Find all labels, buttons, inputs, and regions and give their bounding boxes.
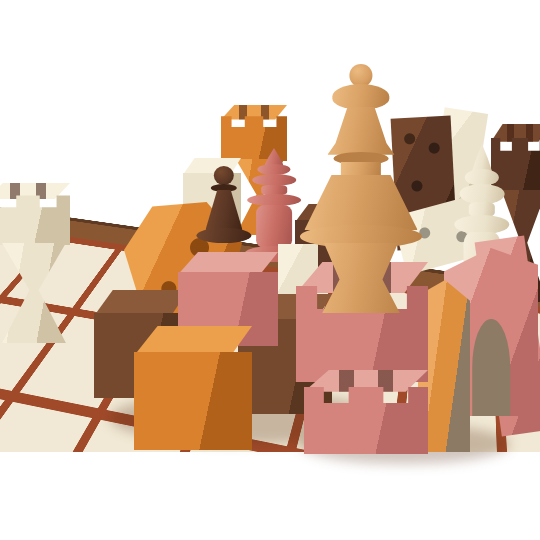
white-rook-base	[0, 243, 72, 343]
walnut-pawn-p-ball	[214, 166, 234, 185]
white-rook-cube-rc-front	[0, 195, 70, 245]
white-rook-base-hg	[0, 243, 72, 343]
orange-cube-front	[134, 326, 252, 450]
pink-arch-arch-hole	[472, 319, 510, 416]
chess-set-photo	[0, 0, 540, 540]
natural-king-k-cap	[332, 84, 389, 109]
pink-rook-cube-lower-rc-front	[304, 387, 428, 454]
natural-king-k-cone	[304, 175, 417, 230]
orange-cube-front-c-front	[134, 352, 252, 450]
walnut-pawn-p-bell	[205, 190, 242, 230]
red-queen-t-spire	[264, 148, 283, 165]
natural-king-k-cup	[312, 243, 410, 314]
pink-rook-cube-lower	[304, 370, 428, 454]
natural-king	[300, 64, 422, 316]
natural-king-k-bell	[327, 107, 394, 155]
background-cutout	[0, 452, 540, 540]
white-queen-t-spire	[472, 144, 492, 171]
white-rook-cube	[0, 183, 70, 245]
red-queen-t-cup	[256, 205, 292, 248]
